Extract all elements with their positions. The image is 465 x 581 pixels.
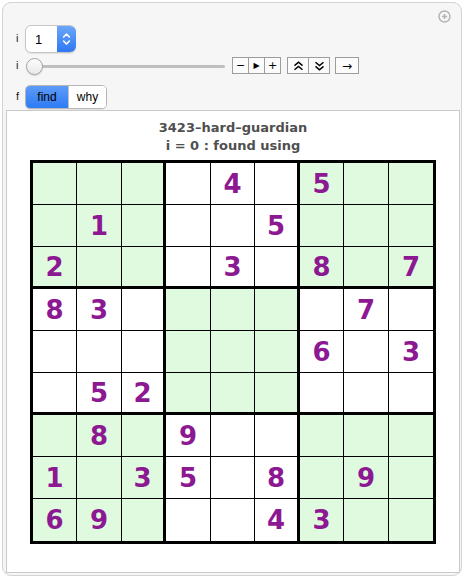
- sudoku-cell-r7c3: [122, 415, 167, 457]
- step-back-button[interactable]: −: [232, 57, 249, 74]
- popup-stepper-icon: [57, 26, 76, 52]
- sudoku-cell-r2c6: 5: [255, 205, 300, 247]
- slower-button[interactable]: [308, 57, 330, 74]
- sudoku-cell-r2c3: [122, 205, 167, 247]
- index-popup[interactable]: 1: [25, 25, 76, 53]
- sudoku-cell-r9c5: [211, 499, 256, 541]
- slider-thumb[interactable]: [26, 58, 43, 75]
- why-button[interactable]: why: [68, 86, 106, 108]
- sudoku-cell-r3c5: 3: [211, 247, 256, 289]
- popup-value: 1: [26, 32, 57, 47]
- sudoku-cell-r7c8: [344, 415, 389, 457]
- sudoku-cell-r8c3: 3: [122, 457, 167, 499]
- sudoku-cell-r5c2: [77, 331, 122, 373]
- sudoku-cell-r9c7: 3: [300, 499, 345, 541]
- sudoku-cell-r2c7: [300, 205, 345, 247]
- sudoku-cell-r9c1: 6: [33, 499, 78, 541]
- sudoku-cell-r3c6: [255, 247, 300, 289]
- sudoku-cell-r4c2: 3: [77, 289, 122, 331]
- slider-label: i: [16, 59, 18, 71]
- sudoku-cell-r4c6: [255, 289, 300, 331]
- sudoku-cell-r7c7: [300, 415, 345, 457]
- sudoku-cell-r8c8: 9: [344, 457, 389, 499]
- sudoku-cell-r6c4: [166, 373, 211, 415]
- sudoku-cell-r2c2: 1: [77, 205, 122, 247]
- manipulate-frame: i 1 i − ▶ +: [2, 2, 462, 576]
- setter-label: f: [16, 90, 19, 102]
- direction-button[interactable]: →: [335, 57, 359, 74]
- sudoku-cell-r4c3: [122, 289, 167, 331]
- sudoku-cell-r6c1: [33, 373, 78, 415]
- sudoku-cell-r5c9: 3: [389, 331, 434, 373]
- sudoku-cell-r3c7: 8: [300, 247, 345, 289]
- sudoku-cell-r1c3: [122, 163, 167, 205]
- sudoku-cell-r3c8: [344, 247, 389, 289]
- sudoku-cell-r6c2: 5: [77, 373, 122, 415]
- sudoku-cell-r2c8: [344, 205, 389, 247]
- sudoku-cell-r7c4: 9: [166, 415, 211, 457]
- page: i 1 i − ▶ +: [0, 0, 465, 581]
- sudoku-cell-r8c7: [300, 457, 345, 499]
- double-chevron-up-icon: [293, 61, 304, 71]
- manipulate-menu-icon[interactable]: [438, 9, 451, 22]
- sudoku-cell-r1c6: [255, 163, 300, 205]
- faster-button[interactable]: [287, 57, 309, 74]
- iteration-status: i = 0 : found using: [7, 135, 459, 153]
- sudoku-cell-r8c6: 8: [255, 457, 300, 499]
- sudoku-cell-r1c1: [33, 163, 78, 205]
- popup-label: i: [16, 32, 18, 44]
- sudoku-cell-r3c9: 7: [389, 247, 434, 289]
- sudoku-cell-r6c7: [300, 373, 345, 415]
- puzzle-title: 3423–hard–guardian: [7, 111, 459, 135]
- sudoku-cell-r1c8: [344, 163, 389, 205]
- sudoku-cell-r4c8: 7: [344, 289, 389, 331]
- sudoku-cell-r1c4: [166, 163, 211, 205]
- sudoku-cell-r5c8: [344, 331, 389, 373]
- sudoku-cell-r6c9: [389, 373, 434, 415]
- sudoku-cell-r3c2: [77, 247, 122, 289]
- sudoku-cell-r1c7: 5: [300, 163, 345, 205]
- sudoku-cell-r5c6: [255, 331, 300, 373]
- sudoku-cell-r3c4: [166, 247, 211, 289]
- sudoku-cell-r2c1: [33, 205, 78, 247]
- sudoku-cell-r4c5: [211, 289, 256, 331]
- sudoku-cell-r3c1: 2: [33, 247, 78, 289]
- sudoku-cell-r2c4: [166, 205, 211, 247]
- sudoku-cell-r5c5: [211, 331, 256, 373]
- sudoku-cell-r5c7: 6: [300, 331, 345, 373]
- slider-track[interactable]: [28, 65, 225, 68]
- sudoku-cell-r7c1: [33, 415, 78, 457]
- sudoku-cell-r6c5: [211, 373, 256, 415]
- sudoku-cell-r6c3: 2: [122, 373, 167, 415]
- sudoku-cell-r9c2: 9: [77, 499, 122, 541]
- sudoku-cell-r7c5: [211, 415, 256, 457]
- sudoku-cell-r2c9: [389, 205, 434, 247]
- sudoku-cell-r2c5: [211, 205, 256, 247]
- sudoku-cell-r5c1: [33, 331, 78, 373]
- sudoku-cell-r9c4: [166, 499, 211, 541]
- sudoku-cell-r1c5: 4: [211, 163, 256, 205]
- sudoku-cell-r8c9: [389, 457, 434, 499]
- sudoku-panel: 3423–hard–guardian i = 0 : found using 4…: [6, 110, 460, 573]
- sudoku-cell-r5c3: [122, 331, 167, 373]
- sudoku-cell-r6c6: [255, 373, 300, 415]
- sudoku-grid: 45152387837635289135896943: [30, 160, 437, 544]
- sudoku-cell-r6c8: [344, 373, 389, 415]
- sudoku-cell-r8c5: [211, 457, 256, 499]
- sudoku-cell-r1c2: [77, 163, 122, 205]
- sudoku-cell-r9c9: [389, 499, 434, 541]
- sudoku-cell-r9c8: [344, 499, 389, 541]
- sudoku-cell-r7c9: [389, 415, 434, 457]
- step-forward-button[interactable]: +: [264, 57, 281, 74]
- sudoku-cell-r1c9: [389, 163, 434, 205]
- sudoku-cell-r3c3: [122, 247, 167, 289]
- sudoku-cell-r5c4: [166, 331, 211, 373]
- sudoku-cell-r4c4: [166, 289, 211, 331]
- sudoku-cell-r8c4: 5: [166, 457, 211, 499]
- sudoku-cell-r7c6: [255, 415, 300, 457]
- sudoku-cell-r4c7: [300, 289, 345, 331]
- setter-bar: find why: [25, 85, 107, 109]
- play-button[interactable]: ▶: [248, 57, 265, 74]
- sudoku-cell-r9c3: [122, 499, 167, 541]
- double-chevron-down-icon: [314, 61, 325, 71]
- sudoku-cell-r8c2: [77, 457, 122, 499]
- sudoku-cell-r7c2: 8: [77, 415, 122, 457]
- sudoku-cell-r4c9: [389, 289, 434, 331]
- sudoku-cell-r4c1: 8: [33, 289, 78, 331]
- find-button[interactable]: find: [26, 86, 68, 108]
- sudoku-cell-r8c1: 1: [33, 457, 78, 499]
- sudoku-cell-r9c6: 4: [255, 499, 300, 541]
